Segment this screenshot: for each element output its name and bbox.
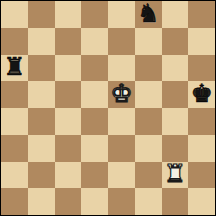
square-e1[interactable]	[108, 188, 135, 215]
square-b8[interactable]	[28, 1, 55, 28]
square-d4[interactable]	[81, 108, 108, 135]
square-e3[interactable]	[108, 135, 135, 162]
square-e4[interactable]	[108, 108, 135, 135]
square-c8[interactable]	[55, 1, 82, 28]
square-h6[interactable]	[188, 55, 215, 82]
square-e6[interactable]	[108, 55, 135, 82]
white-rook-g2[interactable]: ♜	[164, 161, 186, 186]
square-g5[interactable]	[162, 81, 189, 108]
white-king-e5[interactable]: ♚	[110, 81, 132, 106]
square-h5[interactable]: ♚	[188, 81, 215, 108]
square-f5[interactable]	[135, 81, 162, 108]
square-g1[interactable]	[162, 188, 189, 215]
square-c4[interactable]	[55, 108, 82, 135]
square-h1[interactable]	[188, 188, 215, 215]
square-d6[interactable]	[81, 55, 108, 82]
square-a8[interactable]	[1, 1, 28, 28]
black-rook-a6[interactable]: ♜	[3, 54, 25, 79]
square-d2[interactable]	[81, 162, 108, 189]
square-e5[interactable]: ♚	[108, 81, 135, 108]
square-g8[interactable]	[162, 1, 189, 28]
square-a6[interactable]: ♜	[1, 55, 28, 82]
square-b3[interactable]	[28, 135, 55, 162]
square-d8[interactable]	[81, 1, 108, 28]
square-b7[interactable]	[28, 28, 55, 55]
square-b4[interactable]	[28, 108, 55, 135]
square-e7[interactable]	[108, 28, 135, 55]
square-g4[interactable]	[162, 108, 189, 135]
square-b6[interactable]	[28, 55, 55, 82]
square-f3[interactable]	[135, 135, 162, 162]
square-c1[interactable]	[55, 188, 82, 215]
square-d1[interactable]	[81, 188, 108, 215]
black-king-h5[interactable]: ♚	[190, 81, 212, 106]
square-a5[interactable]	[1, 81, 28, 108]
square-a7[interactable]	[1, 28, 28, 55]
square-a2[interactable]	[1, 162, 28, 189]
square-d5[interactable]	[81, 81, 108, 108]
square-h4[interactable]	[188, 108, 215, 135]
square-a1[interactable]	[1, 188, 28, 215]
square-h3[interactable]	[188, 135, 215, 162]
square-b1[interactable]	[28, 188, 55, 215]
square-c7[interactable]	[55, 28, 82, 55]
square-g7[interactable]	[162, 28, 189, 55]
square-f1[interactable]	[135, 188, 162, 215]
square-f8[interactable]: ♞	[135, 1, 162, 28]
square-b5[interactable]	[28, 81, 55, 108]
square-c2[interactable]	[55, 162, 82, 189]
square-f2[interactable]	[135, 162, 162, 189]
square-b2[interactable]	[28, 162, 55, 189]
square-d7[interactable]	[81, 28, 108, 55]
square-e8[interactable]	[108, 1, 135, 28]
square-f7[interactable]	[135, 28, 162, 55]
square-d3[interactable]	[81, 135, 108, 162]
chess-board: ♞♜♚♚♜	[0, 0, 216, 216]
square-f6[interactable]	[135, 55, 162, 82]
square-a4[interactable]	[1, 108, 28, 135]
square-h7[interactable]	[188, 28, 215, 55]
square-c6[interactable]	[55, 55, 82, 82]
square-h2[interactable]	[188, 162, 215, 189]
square-g2[interactable]: ♜	[162, 162, 189, 189]
square-c5[interactable]	[55, 81, 82, 108]
square-a3[interactable]	[1, 135, 28, 162]
square-h8[interactable]	[188, 1, 215, 28]
square-g6[interactable]	[162, 55, 189, 82]
square-e2[interactable]	[108, 162, 135, 189]
square-f4[interactable]	[135, 108, 162, 135]
square-c3[interactable]	[55, 135, 82, 162]
black-knight-f8[interactable]: ♞	[137, 1, 159, 26]
square-g3[interactable]	[162, 135, 189, 162]
